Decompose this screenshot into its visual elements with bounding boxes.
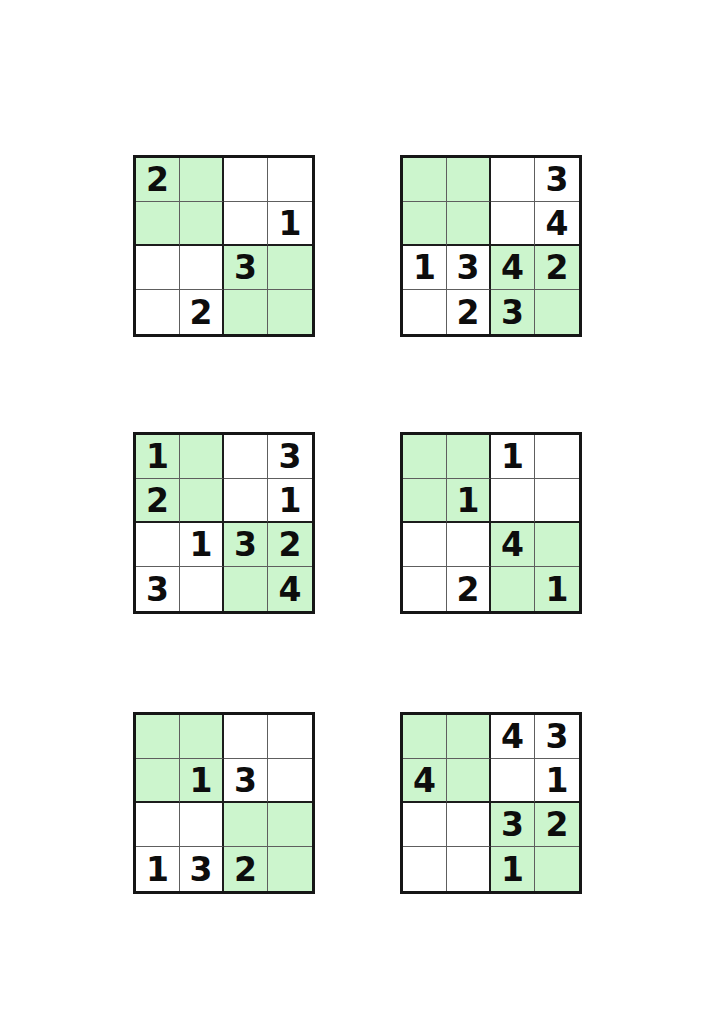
cell-r3c3: 3 (491, 803, 535, 847)
cell-r2c1: 4 (403, 759, 447, 803)
cell-r2c4: 4 (535, 202, 579, 246)
cell-r2c1 (403, 479, 447, 523)
cell-r1c4: 3 (535, 715, 579, 759)
sudoku-board-2: 34134223 (400, 155, 582, 337)
cell-r1c1 (136, 715, 180, 759)
cell-r1c1 (403, 435, 447, 479)
cell-r2c4: 1 (268, 479, 312, 523)
cell-r1c2 (447, 158, 491, 202)
cell-r4c2: 2 (447, 567, 491, 611)
sudoku-board-3: 132113234 (133, 432, 315, 614)
cell-r2c3: 3 (224, 759, 268, 803)
cell-r1c1: 2 (136, 158, 180, 202)
cell-r4c1 (136, 290, 180, 334)
cell-r1c2 (180, 158, 224, 202)
worksheet-page: 2132 34134223 132113234 11421 13132 4341… (0, 0, 724, 1024)
cell-r2c2 (180, 479, 224, 523)
cell-r1c3: 1 (491, 435, 535, 479)
cell-r4c4: 1 (535, 567, 579, 611)
sudoku-board-6: 4341321 (400, 712, 582, 894)
cell-r1c4 (268, 158, 312, 202)
cell-r1c2 (180, 715, 224, 759)
cell-r1c2 (180, 435, 224, 479)
cell-r3c2 (180, 246, 224, 290)
cell-r4c4 (268, 847, 312, 891)
cell-r3c1 (136, 803, 180, 847)
cell-r4c4 (535, 847, 579, 891)
cell-r1c3 (491, 158, 535, 202)
cell-r4c2 (447, 847, 491, 891)
cell-r2c4 (268, 759, 312, 803)
cell-r1c3: 4 (491, 715, 535, 759)
cell-r4c1: 1 (136, 847, 180, 891)
cell-r2c2 (447, 202, 491, 246)
cell-r4c1 (403, 567, 447, 611)
cell-r3c1 (136, 246, 180, 290)
sudoku-board-4: 11421 (400, 432, 582, 614)
cell-r3c4 (535, 523, 579, 567)
cell-r1c1 (403, 715, 447, 759)
cell-r4c3: 1 (491, 847, 535, 891)
cell-r3c3: 3 (224, 246, 268, 290)
cell-r4c3: 3 (491, 290, 535, 334)
cell-r4c3 (224, 290, 268, 334)
cell-r1c4: 3 (535, 158, 579, 202)
sudoku-board-1: 2132 (133, 155, 315, 337)
cell-r1c1 (403, 158, 447, 202)
cell-r3c1: 1 (403, 246, 447, 290)
cell-r2c3 (224, 479, 268, 523)
cell-r1c4 (268, 715, 312, 759)
cell-r1c4 (535, 435, 579, 479)
cell-r4c2 (180, 567, 224, 611)
cell-r2c1 (403, 202, 447, 246)
cell-r3c1 (403, 523, 447, 567)
cell-r3c2: 1 (180, 523, 224, 567)
sudoku-board-5: 13132 (133, 712, 315, 894)
cell-r4c1 (403, 847, 447, 891)
cell-r1c2 (447, 435, 491, 479)
cell-r2c4 (535, 479, 579, 523)
cell-r2c1 (136, 759, 180, 803)
cell-r2c3 (224, 202, 268, 246)
cell-r1c3 (224, 435, 268, 479)
cell-r4c4: 4 (268, 567, 312, 611)
cell-r4c2: 3 (180, 847, 224, 891)
cell-r2c2: 1 (180, 759, 224, 803)
cell-r4c3 (491, 567, 535, 611)
cell-r1c1: 1 (136, 435, 180, 479)
cell-r2c4: 1 (535, 759, 579, 803)
cell-r1c3 (224, 715, 268, 759)
cell-r3c4 (268, 803, 312, 847)
cell-r3c2: 3 (447, 246, 491, 290)
cell-r2c2 (180, 202, 224, 246)
cell-r2c2 (447, 759, 491, 803)
cell-r1c4: 3 (268, 435, 312, 479)
cell-r3c2 (447, 803, 491, 847)
cell-r2c1: 2 (136, 479, 180, 523)
cell-r3c3: 4 (491, 523, 535, 567)
cell-r3c4 (268, 246, 312, 290)
cell-r4c3: 2 (224, 847, 268, 891)
cell-r3c2 (180, 803, 224, 847)
cell-r4c2: 2 (447, 290, 491, 334)
cell-r3c1 (136, 523, 180, 567)
cell-r2c3 (491, 759, 535, 803)
cell-r3c2 (447, 523, 491, 567)
cell-r3c3 (224, 803, 268, 847)
cell-r4c4 (268, 290, 312, 334)
cell-r2c4: 1 (268, 202, 312, 246)
cell-r3c4: 2 (535, 803, 579, 847)
cell-r3c3: 3 (224, 523, 268, 567)
cell-r4c2: 2 (180, 290, 224, 334)
cell-r4c3 (224, 567, 268, 611)
cell-r2c3 (491, 202, 535, 246)
cell-r4c1: 3 (136, 567, 180, 611)
cell-r4c4 (535, 290, 579, 334)
cell-r1c3 (224, 158, 268, 202)
cell-r3c4: 2 (268, 523, 312, 567)
cell-r2c1 (136, 202, 180, 246)
cell-r3c3: 4 (491, 246, 535, 290)
cell-r1c2 (447, 715, 491, 759)
cell-r3c1 (403, 803, 447, 847)
cell-r3c4: 2 (535, 246, 579, 290)
cell-r4c1 (403, 290, 447, 334)
cell-r2c3 (491, 479, 535, 523)
cell-r2c2: 1 (447, 479, 491, 523)
